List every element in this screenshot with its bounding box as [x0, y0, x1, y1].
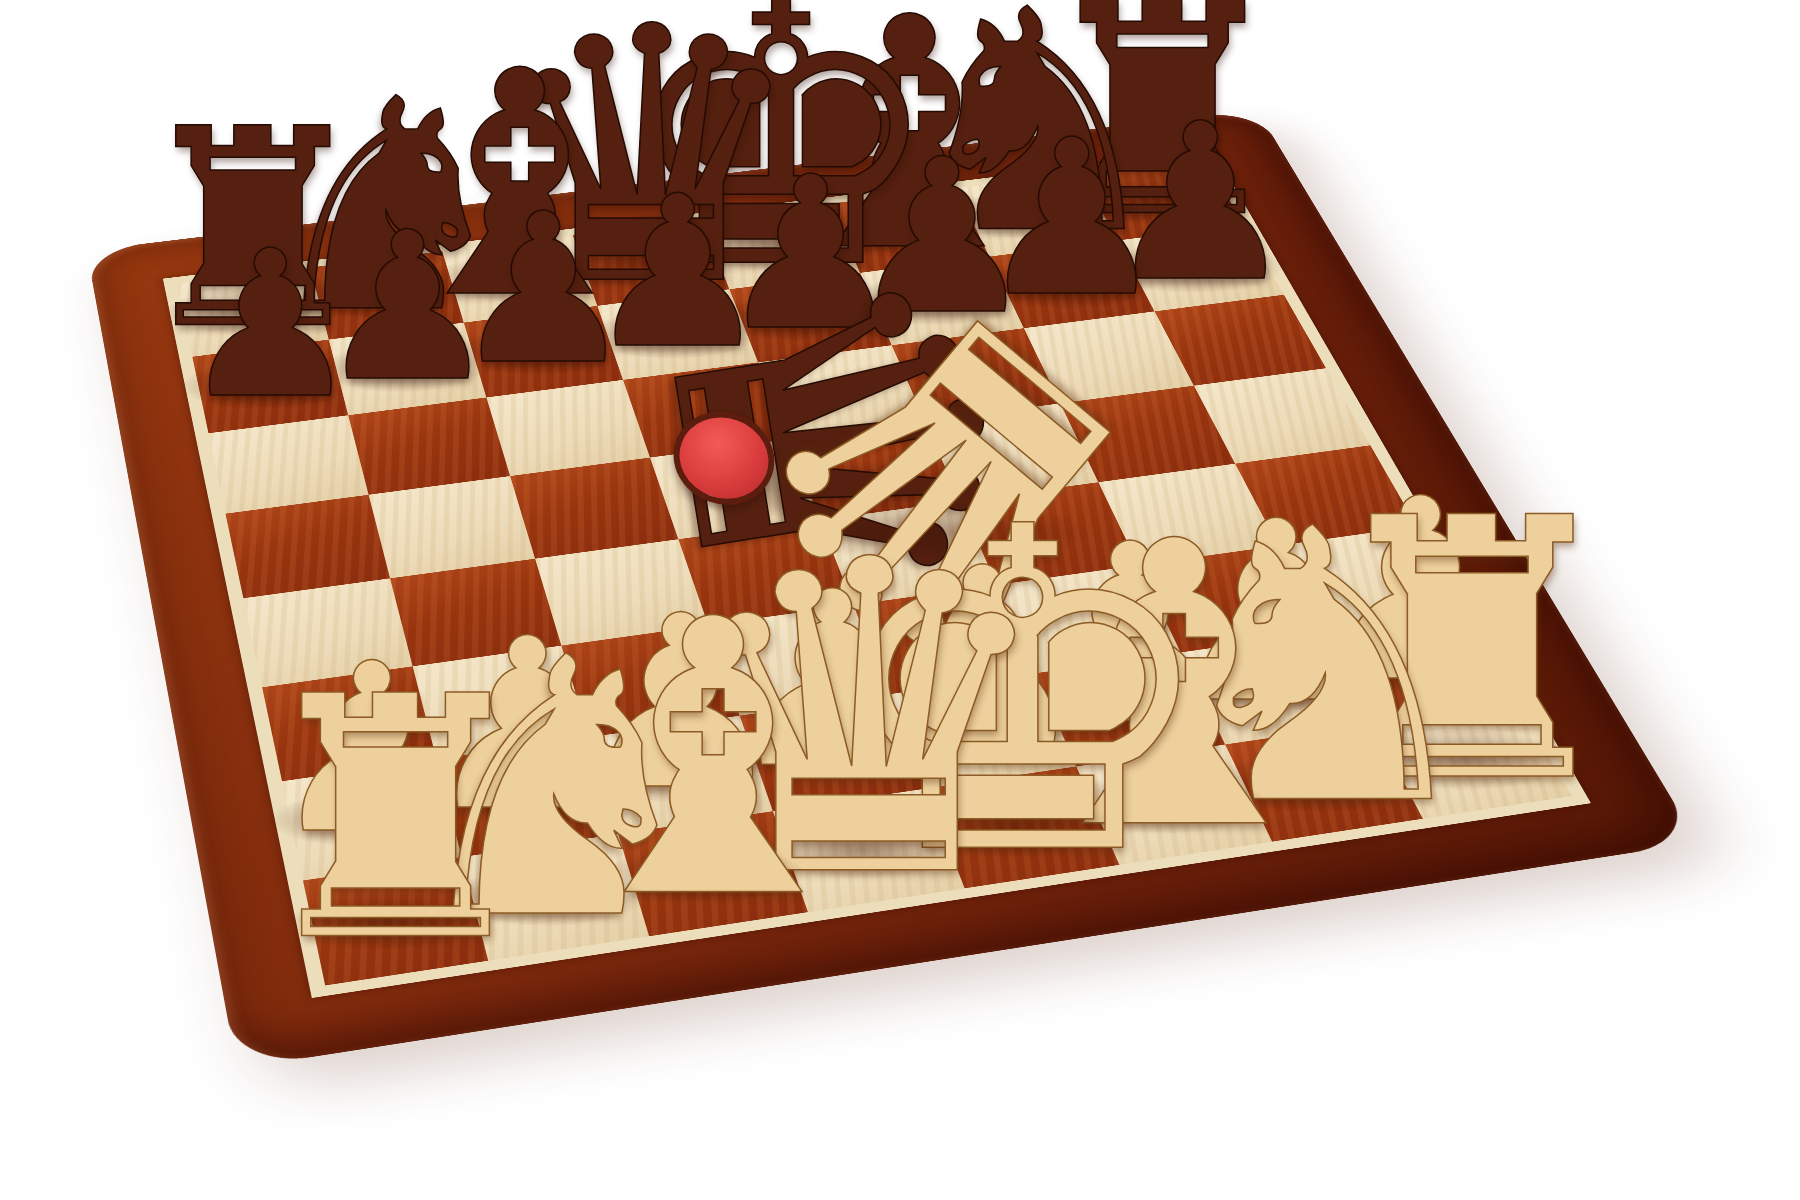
board-field	[177, 158, 1572, 986]
square-a1[interactable]	[303, 857, 488, 985]
board-border-line	[163, 150, 1591, 998]
photo-background: ♜♞♝♛♚♝♞♜♟♟♟♟♟♟♟♟♟♟♟♟♟♟♟♟♜♞♝♛♚♝♞♜♛♛	[0, 0, 1800, 1200]
square-b1[interactable]	[462, 834, 650, 961]
chess-board	[87, 109, 1698, 1068]
